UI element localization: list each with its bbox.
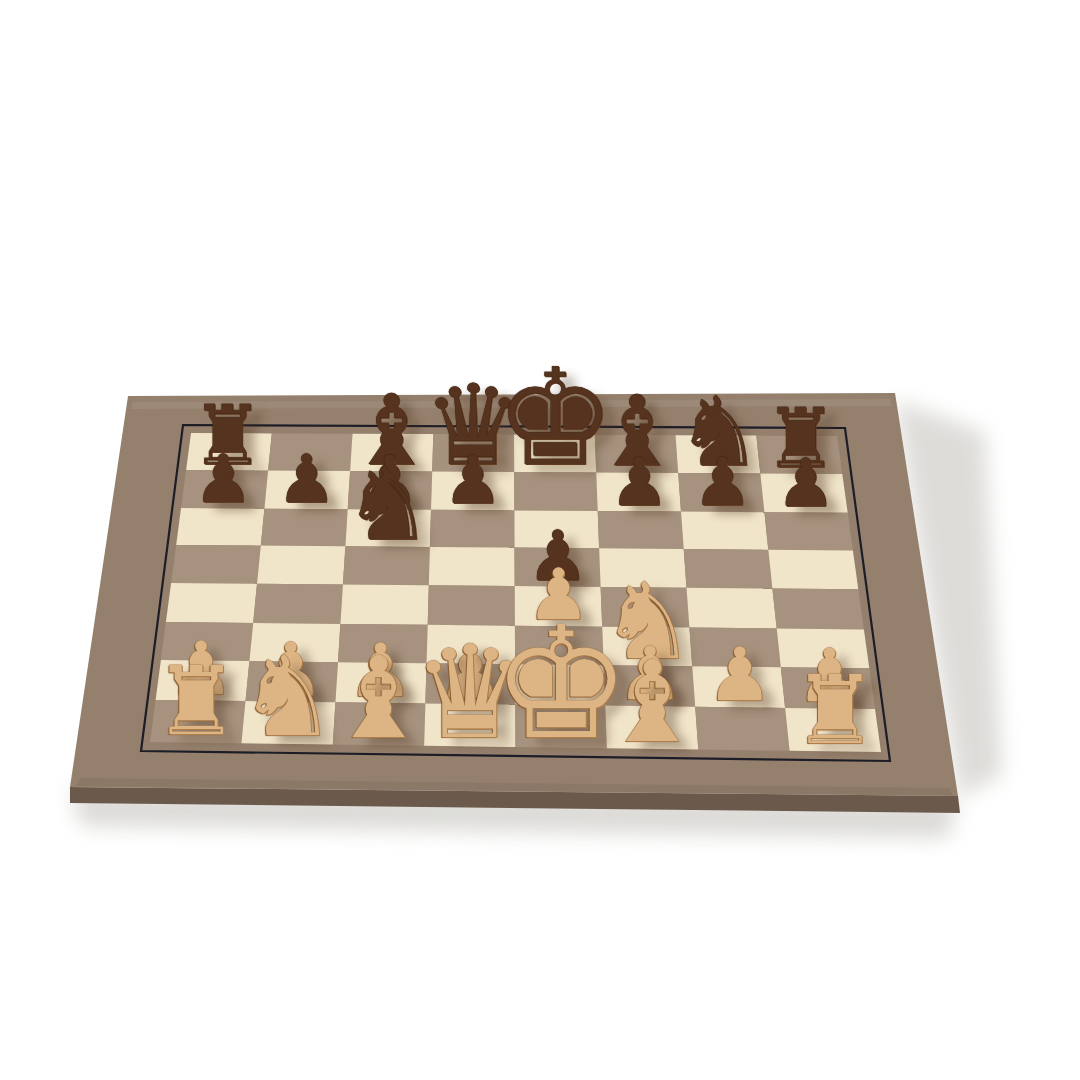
piece-black-p-b7[interactable]: ♟ bbox=[276, 446, 336, 513]
square-g4[interactable] bbox=[687, 588, 777, 629]
square-b4[interactable] bbox=[253, 584, 343, 624]
piece-black-p-g7[interactable]: ♟ bbox=[692, 449, 752, 516]
piece-white-n-b1[interactable]: ♞ bbox=[238, 642, 337, 753]
piece-black-p-d7[interactable]: ♟ bbox=[443, 448, 503, 515]
square-h5[interactable] bbox=[768, 550, 858, 590]
piece-white-b-f1[interactable]: ♝ bbox=[602, 645, 703, 758]
piece-black-n-c6[interactable]: ♞ bbox=[343, 455, 433, 555]
piece-white-r-a1[interactable]: ♜ bbox=[154, 655, 239, 750]
photo-scene: ♜♝♛♚♝♞♜♟♟♟♟♟♟♟♞♟♟♞♟♟♟♟♟♟♟♜♞♝♛♚♝♜ bbox=[0, 0, 1080, 1080]
square-b5[interactable] bbox=[257, 546, 345, 585]
square-g5[interactable] bbox=[684, 549, 773, 589]
piece-white-p-g2[interactable]: ♟ bbox=[707, 638, 773, 712]
square-a4[interactable] bbox=[166, 583, 257, 623]
piece-black-p-f7[interactable]: ♟ bbox=[609, 449, 669, 516]
piece-black-p-h7[interactable]: ♟ bbox=[776, 450, 836, 517]
piece-white-r-h1[interactable]: ♜ bbox=[792, 663, 877, 758]
piece-black-p-a7[interactable]: ♟ bbox=[193, 446, 253, 513]
square-d5[interactable] bbox=[429, 547, 515, 586]
square-a5[interactable] bbox=[171, 545, 261, 584]
square-h4[interactable] bbox=[772, 589, 864, 630]
